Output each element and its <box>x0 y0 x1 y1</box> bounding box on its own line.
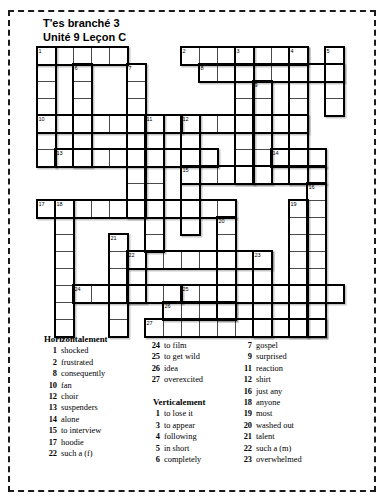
grid-cell-r0c9[interactable] <box>199 47 218 65</box>
grid-cell-r0c12[interactable] <box>253 47 272 65</box>
grid-cell-r4c14[interactable] <box>289 115 308 133</box>
cell-number-25: 25 <box>183 286 189 292</box>
grid-cell-r6c14[interactable] <box>289 149 308 167</box>
grid-cell-r4c3[interactable] <box>91 115 110 133</box>
cell-number-5: 5 <box>327 48 330 54</box>
clue-number: 17 <box>44 437 57 448</box>
grid-cell-r1c14[interactable] <box>289 64 308 82</box>
clue-text: shirt <box>256 375 271 384</box>
grid-cell-r15c1[interactable] <box>55 302 74 320</box>
clue-item: 6completely <box>147 454 205 465</box>
grid-cell-r6c0[interactable] <box>37 149 56 167</box>
grid-cell-r15c4[interactable] <box>109 302 128 320</box>
cell-number-6: 6 <box>75 65 78 71</box>
clue-number: 1 <box>44 345 57 356</box>
clue-item: 12choir <box>44 391 108 402</box>
grid-cell-r12c14[interactable] <box>289 251 308 269</box>
grid-cell-r10c6[interactable] <box>145 217 164 235</box>
grid-cell-r1c10[interactable] <box>217 64 236 82</box>
grid-cell-r14c14[interactable] <box>289 285 308 303</box>
clue-number: 1 <box>147 408 160 419</box>
grid-cell-r13c4[interactable] <box>109 268 128 286</box>
cell-number-9: 9 <box>255 82 258 88</box>
grid-cell-r1c15[interactable] <box>307 64 326 82</box>
cell-number-19: 19 <box>291 201 297 207</box>
clue-number: 12 <box>239 374 252 385</box>
grid-cell-r16c11[interactable] <box>235 319 254 337</box>
clue-item: 19most <box>239 408 302 419</box>
cell-number-4: 4 <box>291 48 294 54</box>
grid-cell-r2c16[interactable] <box>325 81 344 99</box>
grid-cell-r0c13[interactable] <box>271 47 290 65</box>
clue-text: talent <box>256 432 275 441</box>
grid-cell-r1c11[interactable] <box>235 64 254 82</box>
clue-number: 22 <box>239 443 252 454</box>
grid-cell-r1c13[interactable] <box>271 64 290 82</box>
cell-number-1: 1 <box>39 48 42 54</box>
clue-text: washed out <box>256 421 294 430</box>
worksheet-title: T'es branché 3 Unité 9 Leçon C <box>43 16 126 44</box>
grid-cell-r4c2[interactable] <box>73 115 92 133</box>
clue-text: to interview <box>61 426 101 435</box>
clue-text: to film <box>164 341 187 350</box>
grid-cell-r15c15[interactable] <box>307 302 326 320</box>
grid-cell-r6c4[interactable] <box>109 149 128 167</box>
clue-text: to appear <box>164 421 195 430</box>
grid-cell-r12c4[interactable] <box>109 251 128 269</box>
grid-cell-r16c15[interactable] <box>307 319 326 337</box>
clue-text: in short <box>164 444 189 453</box>
grid-cell-r13c5[interactable] <box>127 268 146 286</box>
clue-item: 1shocked <box>44 345 108 356</box>
grid-cell-r0c2[interactable] <box>73 47 92 65</box>
clue-number: 6 <box>147 454 160 465</box>
clue-text: choir <box>61 392 78 401</box>
cell-number-11: 11 <box>147 116 153 122</box>
grid-cell-r16c12[interactable] <box>253 319 272 337</box>
grid-cell-r1c0[interactable] <box>37 64 56 82</box>
grid-cell-r8c5[interactable] <box>127 183 146 201</box>
clue-item: 21talent <box>239 431 302 442</box>
grid-cell-r5c12[interactable] <box>253 132 272 150</box>
grid-cell-r7c10[interactable] <box>217 166 236 184</box>
spacer <box>147 386 205 397</box>
grid-cell-r3c12[interactable] <box>253 98 272 116</box>
clue-number: 26 <box>147 363 160 374</box>
grid-cell-r5c5[interactable] <box>127 132 146 150</box>
grid-cell-r11c14[interactable] <box>289 234 308 252</box>
grid-cell-r4c7[interactable] <box>163 115 182 133</box>
clue-item: 17hoodie <box>44 437 108 448</box>
clue-column-middle: 24to film25to get wild26idea27overexcite… <box>147 340 205 465</box>
cell-number-23: 23 <box>255 252 261 258</box>
clue-number: 5 <box>147 443 160 454</box>
grid-cell-r9c9[interactable] <box>199 200 218 218</box>
clue-item: 16just any <box>239 386 302 397</box>
cell-number-16: 16 <box>309 184 315 190</box>
grid-cell-r7c13[interactable] <box>271 166 290 184</box>
grid-cell-r10c15[interactable] <box>307 217 326 235</box>
grid-cell-r6c15[interactable] <box>307 149 326 167</box>
cell-number-13: 13 <box>57 150 63 156</box>
cell-number-8: 8 <box>201 65 204 71</box>
grid-cell-r6c7[interactable] <box>163 149 182 167</box>
grid-cell-r2c5[interactable] <box>127 81 146 99</box>
clue-text: to lose it <box>164 409 193 418</box>
clue-text: overwhelmed <box>256 455 302 464</box>
clue-number: 2 <box>44 357 57 368</box>
grid-cell-r15c10[interactable] <box>217 302 236 320</box>
grid-cell-r5c2[interactable] <box>73 132 92 150</box>
grid-cell-r14c16[interactable] <box>325 285 344 303</box>
clue-text: following <box>164 432 197 441</box>
cell-number-18: 18 <box>57 201 63 207</box>
cell-number-15: 15 <box>183 167 189 173</box>
cell-number-3: 3 <box>237 48 240 54</box>
grid-cell-r14c11[interactable] <box>235 285 254 303</box>
grid-cell-r13c12[interactable] <box>253 268 272 286</box>
grid-cell-r16c10[interactable] <box>217 319 236 337</box>
grid-cell-r14c13[interactable] <box>271 285 290 303</box>
grid-cell-r4c11[interactable] <box>235 115 254 133</box>
grid-cell-r2c11[interactable] <box>235 81 254 99</box>
grid-cell-r2c14[interactable] <box>289 81 308 99</box>
clue-item: 26idea <box>147 363 205 374</box>
clue-text: consequently <box>61 369 105 378</box>
grid-cell-r6c2[interactable] <box>73 149 92 167</box>
clue-number: 11 <box>239 363 252 374</box>
grid-cell-r9c8[interactable] <box>181 200 200 218</box>
clue-header-across: Horizontalement <box>44 334 108 345</box>
clue-header-down: Verticalement <box>153 397 205 408</box>
clue-text: anyone <box>256 398 280 407</box>
grid-cell-r9c6[interactable] <box>145 200 164 218</box>
grid-cell-r13c1[interactable] <box>55 268 74 286</box>
grid-cell-r5c11[interactable] <box>235 132 254 150</box>
cell-number-2: 2 <box>183 48 186 54</box>
grid-cell-r3c5[interactable] <box>127 98 146 116</box>
clue-text: alone <box>61 415 79 424</box>
clue-column-right: 7gospel9surprised11reaction12shirt16just… <box>239 340 302 465</box>
clue-number: 16 <box>239 386 252 397</box>
grid-cell-r4c9[interactable] <box>199 115 218 133</box>
crossword-grid: 1281012131415172224252627345679111618192… <box>37 47 345 338</box>
grid-cell-r9c7[interactable] <box>163 200 182 218</box>
grid-cell-r12c11[interactable] <box>235 251 254 269</box>
grid-cell-r7c14[interactable] <box>289 166 308 184</box>
grid-cell-r4c10[interactable] <box>217 115 236 133</box>
grid-cell-r0c1[interactable] <box>55 47 74 65</box>
clue-item: 4following <box>147 431 205 442</box>
clue-item: 25to get wild <box>147 351 205 362</box>
grid-cell-r12c9[interactable] <box>199 251 218 269</box>
grid-cell-r3c2[interactable] <box>73 98 92 116</box>
clue-number: 10 <box>44 380 57 391</box>
grid-cell-r6c12[interactable] <box>253 149 272 167</box>
grid-cell-r16c7[interactable] <box>163 319 182 337</box>
clue-text: such a (m) <box>256 444 291 453</box>
grid-cell-r11c6[interactable] <box>145 234 164 252</box>
clue-number: 18 <box>239 397 252 408</box>
cell-number-7: 7 <box>129 65 132 71</box>
grid-cell-r12c15[interactable] <box>307 251 326 269</box>
grid-cell-r6c11[interactable] <box>235 149 254 167</box>
grid-cell-r12c1[interactable] <box>55 251 74 269</box>
clue-text: fan <box>61 381 72 390</box>
grid-cell-r6c6[interactable] <box>145 149 164 167</box>
clue-item: 12shirt <box>239 374 302 385</box>
clue-item: 20washed out <box>239 420 302 431</box>
title-line-1: T'es branché 3 <box>43 16 126 30</box>
grid-cell-r16c9[interactable] <box>199 319 218 337</box>
grid-cell-r16c8[interactable] <box>181 319 200 337</box>
clue-number: 27 <box>147 374 160 385</box>
grid-cell-r9c2[interactable] <box>73 200 92 218</box>
clue-item: 24to film <box>147 340 205 351</box>
cell-number-14: 14 <box>273 150 279 156</box>
cell-number-12: 12 <box>183 116 189 122</box>
grid-cell-r1c12[interactable] <box>253 64 272 82</box>
grid-cell-r5c6[interactable] <box>145 132 164 150</box>
clue-item: 2frustrated <box>44 357 108 368</box>
grid-cell-r9c3[interactable] <box>91 200 110 218</box>
grid-cell-r15c9[interactable] <box>199 302 218 320</box>
grid-cell-r15c12[interactable] <box>253 302 272 320</box>
clue-text: frustrated <box>61 358 93 367</box>
cell-number-20: 20 <box>219 218 225 224</box>
grid-cell-r0c3[interactable] <box>91 47 110 65</box>
grid-cell-r14c1[interactable] <box>55 285 74 303</box>
grid-cell-r3c0[interactable] <box>37 98 56 116</box>
grid-cell-r5c0[interactable] <box>37 132 56 150</box>
grid-cell-r10c1[interactable] <box>55 217 74 235</box>
grid-cell-r7c12[interactable] <box>253 166 272 184</box>
grid-cell-r3c14[interactable] <box>289 98 308 116</box>
grid-cell-r12c6[interactable] <box>145 251 164 269</box>
clue-item: 27overexcited <box>147 374 205 385</box>
clue-number: 20 <box>239 420 252 431</box>
grid-cell-r14c10[interactable] <box>217 285 236 303</box>
grid-cell-r2c0[interactable] <box>37 81 56 99</box>
grid-cell-r9c5[interactable] <box>127 200 146 218</box>
cell-number-26: 26 <box>165 303 171 309</box>
clue-text: surprised <box>256 352 287 361</box>
cell-number-24: 24 <box>75 286 81 292</box>
grid-cell-r15c14[interactable] <box>289 302 308 320</box>
clue-text: shocked <box>61 346 88 355</box>
clue-item: 11reaction <box>239 363 302 374</box>
clue-text: to get wild <box>164 352 200 361</box>
grid-cell-r16c4[interactable] <box>109 319 128 337</box>
grid-cell-r14c12[interactable] <box>253 285 272 303</box>
clue-number: 14 <box>44 414 57 425</box>
clue-item: 5in short <box>147 443 205 454</box>
grid-cell-r14c4[interactable] <box>109 285 128 303</box>
grid-cell-r6c8[interactable] <box>181 149 200 167</box>
clue-item: 10fan <box>44 380 108 391</box>
cell-number-10: 10 <box>39 116 45 122</box>
grid-cell-r14c9[interactable] <box>199 285 218 303</box>
grid-cell-r11c15[interactable] <box>307 234 326 252</box>
grid-cell-r13c14[interactable] <box>289 268 308 286</box>
grid-cell-r4c1[interactable] <box>55 115 74 133</box>
grid-cell-r7c15[interactable] <box>307 166 326 184</box>
clue-text: hoodie <box>61 438 84 447</box>
clue-number: 13 <box>44 402 57 413</box>
title-line-2: Unité 9 Leçon C <box>43 30 126 44</box>
clue-column-left: Horizontalement1shocked2frustrated8conse… <box>44 334 108 459</box>
grid-cell-r14c7[interactable] <box>163 285 182 303</box>
grid-cell-r16c13[interactable] <box>271 319 290 337</box>
clue-text: such a (f) <box>61 449 93 458</box>
clue-item: 8consequently <box>44 368 108 379</box>
clue-item: 9surprised <box>239 351 302 362</box>
grid-cell-r9c4[interactable] <box>109 200 128 218</box>
grid-cell-r14c15[interactable] <box>307 285 326 303</box>
clue-number: 23 <box>239 454 252 465</box>
clue-number: 3 <box>147 420 160 431</box>
grid-cell-r7c9[interactable] <box>199 166 218 184</box>
clue-number: 21 <box>239 431 252 442</box>
cell-number-22: 22 <box>129 252 135 258</box>
grid-cell-r3c11[interactable] <box>235 98 254 116</box>
grid-cell-r8c8[interactable] <box>181 183 200 201</box>
grid-cell-r14c3[interactable] <box>91 285 110 303</box>
grid-cell-r1c16[interactable] <box>325 64 344 82</box>
clue-item: 13suspenders <box>44 402 108 413</box>
clue-text: reaction <box>256 364 283 373</box>
grid-cell-r4c4[interactable] <box>109 115 128 133</box>
clue-item: 3to appear <box>147 420 205 431</box>
clue-number: 12 <box>44 391 57 402</box>
cell-number-17: 17 <box>39 201 45 207</box>
cell-number-21: 21 <box>111 235 117 241</box>
clue-text: just any <box>256 387 282 396</box>
clue-number: 15 <box>44 425 57 436</box>
grid-cell-r7c5[interactable] <box>127 166 146 184</box>
grid-cell-r6c9[interactable] <box>199 149 218 167</box>
cell-number-27: 27 <box>147 320 153 326</box>
grid-cell-r8c6[interactable] <box>145 183 164 201</box>
clue-item: 18anyone <box>239 397 302 408</box>
clue-item: 15to interview <box>44 425 108 436</box>
clue-number: 7 <box>239 340 252 351</box>
grid-cell-r10c14[interactable] <box>289 217 308 235</box>
grid-cell-r13c15[interactable] <box>307 268 326 286</box>
grid-cell-r5c14[interactable] <box>289 132 308 150</box>
clue-text: gospel <box>256 341 278 350</box>
grid-cell-r6c3[interactable] <box>91 149 110 167</box>
grid-cell-r14c5[interactable] <box>127 285 146 303</box>
clue-number: 4 <box>147 431 160 442</box>
grid-cell-r16c14[interactable] <box>289 319 308 337</box>
clue-number: 25 <box>147 351 160 362</box>
clue-item: 22such a (m) <box>239 443 302 454</box>
clue-text: suspenders <box>61 403 98 412</box>
grid-cell-r0c4[interactable] <box>109 47 128 65</box>
grid-cell-r5c8[interactable] <box>181 132 200 150</box>
grid-cell-r7c6[interactable] <box>145 166 164 184</box>
clue-text: idea <box>164 364 178 373</box>
clue-item: 23overwhelmed <box>239 454 302 465</box>
clue-item: 7gospel <box>239 340 302 351</box>
worksheet-page: { "game": "crossword", "title": { "line1… <box>0 0 386 500</box>
grid-cell-r2c2[interactable] <box>73 81 92 99</box>
grid-cell-r12c7[interactable] <box>163 251 182 269</box>
grid-cell-r9c15[interactable] <box>307 200 326 218</box>
clue-number: 19 <box>239 408 252 419</box>
grid-cell-r11c1[interactable] <box>55 234 74 252</box>
grid-cell-r9c10[interactable] <box>217 200 236 218</box>
grid-cell-r15c8[interactable] <box>181 302 200 320</box>
clue-item: 14alone <box>44 414 108 425</box>
grid-cell-r6c5[interactable] <box>127 149 146 167</box>
clue-text: completely <box>164 455 201 464</box>
grid-cell-r4c12[interactable] <box>253 115 272 133</box>
clue-number: 9 <box>239 351 252 362</box>
clue-item: 22such a (f) <box>44 448 108 459</box>
clue-number: 22 <box>44 448 57 459</box>
grid-cell-r12c8[interactable] <box>181 251 200 269</box>
grid-cell-r12c10[interactable] <box>217 251 236 269</box>
clue-text: overexcited <box>164 375 203 384</box>
grid-cell-r3c16[interactable] <box>325 98 344 116</box>
clue-number: 8 <box>44 368 57 379</box>
clue-number: 24 <box>147 340 160 351</box>
grid-cell-r0c10[interactable] <box>217 47 236 65</box>
grid-cell-r4c13[interactable] <box>271 115 290 133</box>
grid-cell-r7c11[interactable] <box>235 166 254 184</box>
grid-cell-r11c10[interactable] <box>217 234 236 252</box>
grid-cell-r4c5[interactable] <box>127 115 146 133</box>
clue-text: most <box>256 409 272 418</box>
grid-cell-r10c8[interactable] <box>181 217 200 235</box>
grid-cell-r14c6[interactable] <box>145 285 164 303</box>
grid-cell-r13c10[interactable] <box>217 268 236 286</box>
clue-item: 1to lose it <box>147 408 205 419</box>
